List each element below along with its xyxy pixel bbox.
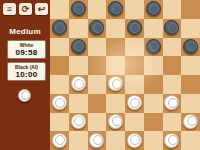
- checker-piece-black[interactable]: [71, 1, 86, 16]
- board-square[interactable]: [88, 19, 107, 38]
- checker-piece-black[interactable]: [146, 39, 161, 54]
- checker-piece-black[interactable]: [52, 20, 67, 35]
- board-square[interactable]: [69, 0, 88, 19]
- difficulty-label: Medium: [0, 27, 50, 36]
- board-square[interactable]: [50, 56, 69, 75]
- toolbar: ≡ ⟳ ↩: [3, 3, 48, 15]
- board-square: [125, 75, 144, 94]
- board-square: [163, 0, 182, 19]
- board-square: [163, 113, 182, 132]
- checker-piece-black[interactable]: [127, 20, 142, 35]
- board-square[interactable]: [144, 113, 163, 132]
- board-square[interactable]: [50, 131, 69, 150]
- checker-piece-white[interactable]: [71, 76, 86, 91]
- board-square: [106, 131, 125, 150]
- checker-piece-white[interactable]: [164, 133, 179, 148]
- board-square[interactable]: [125, 19, 144, 38]
- board-square[interactable]: [88, 131, 107, 150]
- checker-piece-black[interactable]: [183, 39, 198, 54]
- board-square[interactable]: [106, 75, 125, 94]
- board-square: [181, 94, 200, 113]
- board-square: [144, 56, 163, 75]
- board-square: [106, 94, 125, 113]
- black-clock-card: Black (AI) 10:00: [7, 62, 46, 81]
- board-square[interactable]: [144, 0, 163, 19]
- board-square[interactable]: [181, 38, 200, 57]
- board-square: [88, 113, 107, 132]
- board-square: [88, 38, 107, 57]
- board-square: [125, 38, 144, 57]
- checker-piece-black[interactable]: [164, 20, 179, 35]
- board-square[interactable]: [106, 113, 125, 132]
- menu-button[interactable]: ≡: [3, 3, 16, 15]
- board-square[interactable]: [50, 19, 69, 38]
- board-square[interactable]: [88, 94, 107, 113]
- board-square[interactable]: [163, 94, 182, 113]
- board-square: [106, 56, 125, 75]
- restart-button[interactable]: ⟳: [19, 3, 32, 15]
- board-square: [144, 19, 163, 38]
- menu-icon: ≡: [7, 5, 12, 14]
- checker-piece-white[interactable]: [127, 95, 142, 110]
- board-square[interactable]: [106, 38, 125, 57]
- checker-piece-white[interactable]: [52, 133, 67, 148]
- checker-piece-black[interactable]: [89, 20, 104, 35]
- black-clock-time: 10:00: [16, 70, 38, 79]
- board-square[interactable]: [144, 38, 163, 57]
- board-square: [69, 94, 88, 113]
- board-square[interactable]: [163, 56, 182, 75]
- board-square: [50, 0, 69, 19]
- board-square: [106, 19, 125, 38]
- undo-icon: ↩: [38, 5, 46, 14]
- board-square: [125, 113, 144, 132]
- board-square: [50, 75, 69, 94]
- white-clock-card: White 09:58: [7, 40, 46, 59]
- board-square: [144, 131, 163, 150]
- board-square[interactable]: [125, 56, 144, 75]
- board-square: [50, 38, 69, 57]
- checker-piece-white[interactable]: [164, 95, 179, 110]
- checkers-board: [50, 0, 200, 150]
- board-square: [163, 38, 182, 57]
- board-square[interactable]: [181, 0, 200, 19]
- undo-button[interactable]: ↩: [35, 3, 48, 15]
- sidebar: ≡ ⟳ ↩ Medium White 09:58 Black (AI) 10:0…: [0, 0, 50, 150]
- board-square[interactable]: [125, 131, 144, 150]
- checker-piece-white[interactable]: [71, 114, 86, 129]
- board-square[interactable]: [50, 94, 69, 113]
- restart-icon: ⟳: [22, 5, 30, 14]
- board-square[interactable]: [163, 131, 182, 150]
- board-square: [69, 19, 88, 38]
- board-square[interactable]: [125, 94, 144, 113]
- board-square[interactable]: [69, 38, 88, 57]
- board-square[interactable]: [144, 75, 163, 94]
- board-square[interactable]: [163, 19, 182, 38]
- turn-indicator-piece: [18, 89, 31, 102]
- checker-piece-black[interactable]: [108, 1, 123, 16]
- checkers-app-window: ≡ ⟳ ↩ Medium White 09:58 Black (AI) 10:0…: [0, 0, 200, 150]
- board-square: [125, 0, 144, 19]
- board-square: [181, 56, 200, 75]
- board-square: [163, 75, 182, 94]
- board-square[interactable]: [181, 113, 200, 132]
- board-square[interactable]: [88, 56, 107, 75]
- board-square[interactable]: [69, 75, 88, 94]
- checker-piece-black[interactable]: [146, 1, 161, 16]
- board-square: [181, 19, 200, 38]
- board-square[interactable]: [181, 75, 200, 94]
- board-square: [181, 131, 200, 150]
- board-square: [88, 0, 107, 19]
- board-square: [144, 94, 163, 113]
- checker-piece-white[interactable]: [52, 95, 67, 110]
- board-square: [69, 131, 88, 150]
- board-square: [88, 75, 107, 94]
- board-square[interactable]: [69, 113, 88, 132]
- checker-piece-white[interactable]: [108, 76, 123, 91]
- checker-piece-black[interactable]: [71, 39, 86, 54]
- board-square: [69, 56, 88, 75]
- white-clock-time: 09:58: [16, 48, 38, 57]
- board-square: [50, 113, 69, 132]
- board-square[interactable]: [106, 0, 125, 19]
- checker-piece-white[interactable]: [183, 114, 198, 129]
- checker-piece-white[interactable]: [108, 114, 123, 129]
- checker-piece-white[interactable]: [127, 133, 142, 148]
- checker-piece-white[interactable]: [89, 133, 104, 148]
